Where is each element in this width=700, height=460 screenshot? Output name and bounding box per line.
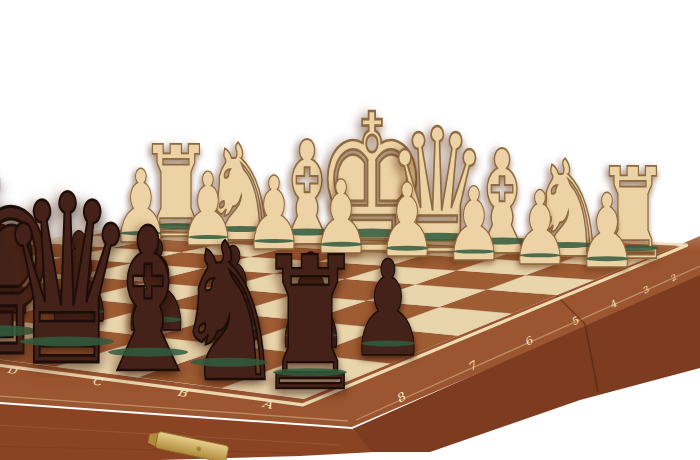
piece-white-pawn-c2[interactable]: ♟ <box>444 174 504 276</box>
piece-black-rook-a8[interactable]: ♜ <box>256 233 364 416</box>
pieces-layer: ♜♞♝♛♚♝♞♜♟♟♟♟♟♟♟♟♟♟♟♟♟♟♟♟♜♞♝♛♚♝♞♜ <box>0 0 700 460</box>
piece-white-pawn-a2[interactable]: ♟ <box>577 181 638 283</box>
chess-set-photo: ABCD8765432 ♜♞♝♛♚♝♞♜♟♟♟♟♟♟♟♟♟♟♟♟♟♟♟♟♜♞♝♛… <box>0 0 700 460</box>
piece-white-pawn-b2[interactable]: ♟ <box>510 178 570 280</box>
